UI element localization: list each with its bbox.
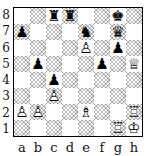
square-f7 xyxy=(94,24,110,40)
square-g2 xyxy=(110,104,126,120)
rank-label-4: 4 xyxy=(0,72,13,88)
white-pawn: ♟♙ xyxy=(46,88,62,104)
black-pawn: ♟ xyxy=(14,24,30,40)
square-a1 xyxy=(14,120,30,136)
square-h4 xyxy=(126,72,142,88)
black-rook: ♜ xyxy=(46,8,62,24)
square-a7: ♟ xyxy=(14,24,30,40)
square-e1 xyxy=(78,120,94,136)
square-b5: ♟ xyxy=(30,56,46,72)
square-h1: ♚♔ xyxy=(126,120,142,136)
square-b7 xyxy=(30,24,46,40)
file-label-d: d xyxy=(62,137,78,156)
square-c1 xyxy=(46,120,62,136)
square-c8: ♜ xyxy=(46,8,62,24)
square-g8: ♚ xyxy=(110,8,126,24)
file-label-f: f xyxy=(94,137,110,156)
square-b3 xyxy=(30,88,46,104)
square-g3 xyxy=(110,88,126,104)
square-c4: ♟ xyxy=(46,72,62,88)
square-g5 xyxy=(110,56,126,72)
square-b8 xyxy=(30,8,46,24)
square-c3: ♟♙ xyxy=(46,88,62,104)
square-d8: ♜ xyxy=(62,8,78,24)
square-f1 xyxy=(94,120,110,136)
square-d2 xyxy=(62,104,78,120)
square-e7: ♞ xyxy=(78,24,94,40)
square-b4 xyxy=(30,72,46,88)
square-c2 xyxy=(46,104,62,120)
white-king: ♚♔ xyxy=(126,120,142,136)
rank-label-2: 2 xyxy=(0,105,13,121)
file-labels: abcdefgh xyxy=(14,137,143,156)
rank-label-8: 8 xyxy=(0,7,13,23)
black-knight: ♞ xyxy=(78,24,94,40)
square-h8 xyxy=(126,8,142,24)
white-rook: ♜♖ xyxy=(110,120,126,136)
square-h2: ♜♖ xyxy=(126,104,142,120)
square-e2: ♝♗ xyxy=(78,104,94,120)
square-e3 xyxy=(78,88,94,104)
square-a6 xyxy=(14,40,30,56)
rank-label-5: 5 xyxy=(0,56,13,72)
rank-label-1: 1 xyxy=(0,121,13,137)
square-a4 xyxy=(14,72,30,88)
square-e6: ♟♙ xyxy=(78,40,94,56)
square-b2: ♟♙ xyxy=(30,104,46,120)
square-a5 xyxy=(14,56,30,72)
square-d5 xyxy=(62,56,78,72)
square-a2: ♟♙ xyxy=(14,104,30,120)
file-label-e: e xyxy=(78,137,94,156)
file-label-a: a xyxy=(14,137,30,156)
square-a3 xyxy=(14,88,30,104)
square-h7 xyxy=(126,24,142,40)
square-b6 xyxy=(30,40,46,56)
black-pawn: ♟ xyxy=(110,40,126,56)
square-d4 xyxy=(62,72,78,88)
square-h3 xyxy=(126,88,142,104)
white-pawn: ♟♙ xyxy=(14,104,30,120)
file-label-g: g xyxy=(110,137,126,156)
white-bishop: ♝♗ xyxy=(78,104,94,120)
square-d7 xyxy=(62,24,78,40)
square-c5 xyxy=(46,56,62,72)
square-g7: ♛ xyxy=(110,24,126,40)
square-f4 xyxy=(94,72,110,88)
square-e4 xyxy=(78,72,94,88)
rank-label-7: 7 xyxy=(0,23,13,39)
square-d6 xyxy=(62,40,78,56)
white-rook: ♜♖ xyxy=(126,104,142,120)
square-a8 xyxy=(14,8,30,24)
file-label-h: h xyxy=(126,137,142,156)
rank-label-6: 6 xyxy=(0,40,13,56)
chess-board: ♜♜♚♟♞♛♟♙♟♟♟♛♕♟♟♙♟♙♟♙♝♗♜♖♜♖♚♔ xyxy=(13,7,143,137)
black-rook: ♜ xyxy=(62,8,78,24)
square-h6 xyxy=(126,40,142,56)
square-c6 xyxy=(46,40,62,56)
black-king: ♚ xyxy=(110,8,126,24)
square-h5: ♛♕ xyxy=(126,56,142,72)
square-f8 xyxy=(94,8,110,24)
white-queen: ♛♕ xyxy=(126,56,142,72)
square-f6 xyxy=(94,40,110,56)
black-pawn: ♟ xyxy=(30,56,46,72)
rank-labels: 87654321 xyxy=(0,7,13,137)
square-f5: ♟ xyxy=(94,56,110,72)
black-pawn: ♟ xyxy=(94,56,110,72)
square-g6: ♟ xyxy=(110,40,126,56)
file-label-c: c xyxy=(46,137,62,156)
square-e5 xyxy=(78,56,94,72)
square-e8 xyxy=(78,8,94,24)
black-queen: ♛ xyxy=(110,24,126,40)
square-d1 xyxy=(62,120,78,136)
square-g1: ♜♖ xyxy=(110,120,126,136)
square-b1 xyxy=(30,120,46,136)
square-g4 xyxy=(110,72,126,88)
rank-label-3: 3 xyxy=(0,88,13,104)
chess-diagram: 87654321 ♜♜♚♟♞♛♟♙♟♟♟♛♕♟♟♙♟♙♟♙♝♗♜♖♜♖♚♔ ab… xyxy=(0,0,147,156)
square-f2 xyxy=(94,104,110,120)
square-d3 xyxy=(62,88,78,104)
file-label-b: b xyxy=(30,137,46,156)
black-pawn: ♟ xyxy=(46,72,62,88)
square-c7 xyxy=(46,24,62,40)
white-pawn: ♟♙ xyxy=(78,40,94,56)
square-f3 xyxy=(94,88,110,104)
white-pawn: ♟♙ xyxy=(30,104,46,120)
